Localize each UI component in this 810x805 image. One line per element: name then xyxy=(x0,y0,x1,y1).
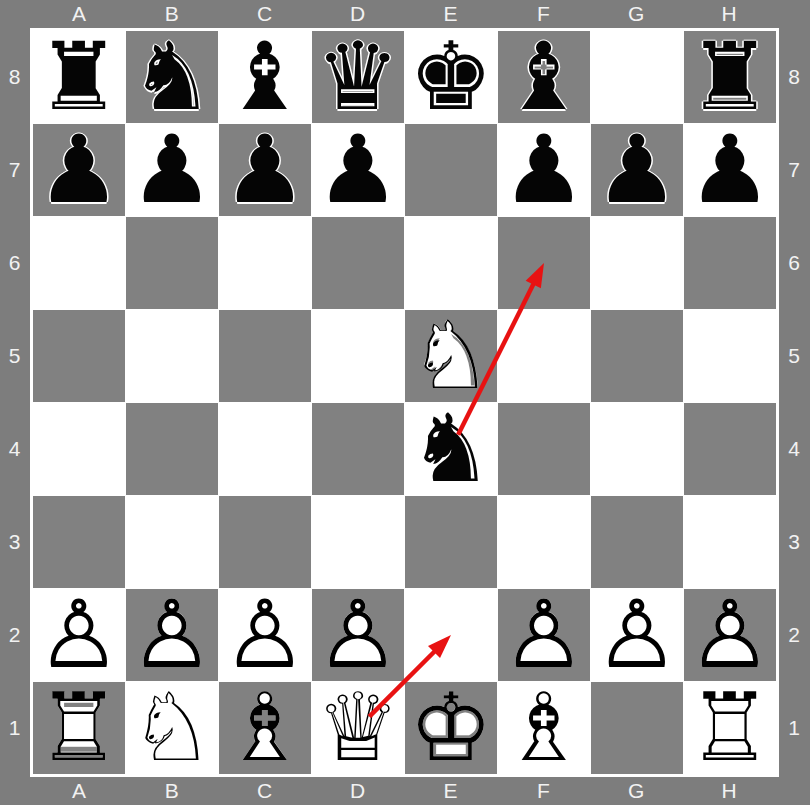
rank-label-7: 7 xyxy=(779,124,810,217)
file-label-a: A xyxy=(33,777,126,805)
square-a2[interactable]: ♟♙ xyxy=(33,589,125,681)
square-a3[interactable] xyxy=(33,496,125,588)
chessboard-diagram: ABCDEFGH 87654321 ♜♞♝♛♚♝♜♟♟♟♟♟♟♟♞♘♞♟♙♟♙♟… xyxy=(0,0,810,805)
square-h7[interactable]: ♟ xyxy=(684,124,776,216)
square-f3[interactable] xyxy=(498,496,590,588)
square-b6[interactable] xyxy=(126,217,218,309)
piece-white-knight: ♞♘ xyxy=(405,310,497,402)
square-g3[interactable] xyxy=(591,496,683,588)
rank-label-2: 2 xyxy=(779,588,810,681)
piece-white-pawn: ♟♙ xyxy=(684,589,776,681)
square-b8[interactable]: ♞ xyxy=(126,31,218,123)
square-a7[interactable]: ♟ xyxy=(33,124,125,216)
piece-white-pawn: ♟♙ xyxy=(591,589,683,681)
square-g4[interactable] xyxy=(591,403,683,495)
rank-label-3: 3 xyxy=(0,495,30,588)
square-g6[interactable] xyxy=(591,217,683,309)
file-label-h: H xyxy=(683,777,776,805)
piece-black-rook: ♜ xyxy=(33,31,125,123)
piece-black-pawn: ♟ xyxy=(591,124,683,216)
square-d2[interactable]: ♟♙ xyxy=(312,589,404,681)
rank-label-6: 6 xyxy=(779,217,810,310)
piece-white-queen: ♛♕ xyxy=(312,682,404,774)
piece-black-king: ♚ xyxy=(405,31,497,123)
square-f6[interactable] xyxy=(498,217,590,309)
piece-white-pawn: ♟♙ xyxy=(33,589,125,681)
rank-labels-right: 87654321 xyxy=(779,31,810,774)
piece-black-knight: ♞ xyxy=(405,403,497,495)
square-a8[interactable]: ♜ xyxy=(33,31,125,123)
rank-label-8: 8 xyxy=(0,31,30,124)
square-e5[interactable]: ♞♘ xyxy=(405,310,497,402)
square-h4[interactable] xyxy=(684,403,776,495)
square-e8[interactable]: ♚ xyxy=(405,31,497,123)
square-b4[interactable] xyxy=(126,403,218,495)
square-c4[interactable] xyxy=(219,403,311,495)
piece-white-bishop: ♝♗ xyxy=(498,682,590,774)
square-b1[interactable]: ♞♘ xyxy=(126,682,218,774)
file-label-c: C xyxy=(219,777,312,805)
piece-black-pawn: ♟ xyxy=(312,124,404,216)
piece-white-pawn: ♟♙ xyxy=(498,589,590,681)
square-f2[interactable]: ♟♙ xyxy=(498,589,590,681)
square-h6[interactable] xyxy=(684,217,776,309)
square-c3[interactable] xyxy=(219,496,311,588)
file-label-e: E xyxy=(405,777,498,805)
square-h8[interactable]: ♜ xyxy=(684,31,776,123)
square-e1[interactable]: ♚♔ xyxy=(405,682,497,774)
piece-white-pawn: ♟♙ xyxy=(219,589,311,681)
rank-label-7: 7 xyxy=(0,124,30,217)
rank-label-2: 2 xyxy=(0,588,30,681)
square-e6[interactable] xyxy=(405,217,497,309)
square-a4[interactable] xyxy=(33,403,125,495)
rank-label-8: 8 xyxy=(779,31,810,124)
square-b7[interactable]: ♟ xyxy=(126,124,218,216)
square-h2[interactable]: ♟♙ xyxy=(684,589,776,681)
square-c7[interactable]: ♟ xyxy=(219,124,311,216)
file-label-g: G xyxy=(590,777,683,805)
square-g5[interactable] xyxy=(591,310,683,402)
square-b5[interactable] xyxy=(126,310,218,402)
file-label-g: G xyxy=(590,0,683,28)
square-c6[interactable] xyxy=(219,217,311,309)
piece-black-rook: ♜ xyxy=(684,31,776,123)
square-g7[interactable]: ♟ xyxy=(591,124,683,216)
square-f4[interactable] xyxy=(498,403,590,495)
square-c2[interactable]: ♟♙ xyxy=(219,589,311,681)
square-d6[interactable] xyxy=(312,217,404,309)
rank-label-3: 3 xyxy=(779,495,810,588)
square-b3[interactable] xyxy=(126,496,218,588)
square-e2[interactable] xyxy=(405,589,497,681)
piece-black-queen: ♛ xyxy=(312,31,404,123)
piece-black-pawn: ♟ xyxy=(33,124,125,216)
square-d3[interactable] xyxy=(312,496,404,588)
piece-white-knight: ♞♘ xyxy=(126,682,218,774)
square-g1[interactable] xyxy=(591,682,683,774)
rank-label-4: 4 xyxy=(0,403,30,496)
piece-white-rook: ♜♖ xyxy=(684,682,776,774)
piece-black-pawn: ♟ xyxy=(684,124,776,216)
chess-board: ♜♞♝♛♚♝♜♟♟♟♟♟♟♟♞♘♞♟♙♟♙♟♙♟♙♟♙♟♙♟♙♜♖♞♘♝♗♛♕♚… xyxy=(33,31,776,774)
square-f5[interactable] xyxy=(498,310,590,402)
square-g2[interactable]: ♟♙ xyxy=(591,589,683,681)
file-label-b: B xyxy=(126,777,219,805)
piece-black-pawn: ♟ xyxy=(219,124,311,216)
square-c1[interactable]: ♝♗ xyxy=(219,682,311,774)
file-label-d: D xyxy=(312,777,405,805)
square-d5[interactable] xyxy=(312,310,404,402)
square-d1[interactable]: ♛♕ xyxy=(312,682,404,774)
piece-black-pawn: ♟ xyxy=(498,124,590,216)
piece-white-rook: ♜♖ xyxy=(33,682,125,774)
square-a5[interactable] xyxy=(33,310,125,402)
rank-label-5: 5 xyxy=(779,310,810,403)
piece-black-pawn: ♟ xyxy=(126,124,218,216)
square-f7[interactable]: ♟ xyxy=(498,124,590,216)
rank-labels-left: 87654321 xyxy=(0,31,30,774)
square-h5[interactable] xyxy=(684,310,776,402)
square-e3[interactable] xyxy=(405,496,497,588)
piece-white-bishop: ♝♗ xyxy=(219,682,311,774)
square-f8[interactable]: ♝ xyxy=(498,31,590,123)
square-d7[interactable]: ♟ xyxy=(312,124,404,216)
file-labels-bottom: ABCDEFGH xyxy=(33,777,776,805)
piece-white-pawn: ♟♙ xyxy=(126,589,218,681)
square-a6[interactable] xyxy=(33,217,125,309)
rank-label-4: 4 xyxy=(779,403,810,496)
square-a1[interactable]: ♜♖ xyxy=(33,682,125,774)
piece-black-bishop: ♝ xyxy=(219,31,311,123)
rank-label-1: 1 xyxy=(0,681,30,774)
file-label-f: F xyxy=(497,777,590,805)
rank-label-5: 5 xyxy=(0,310,30,403)
square-d8[interactable]: ♛ xyxy=(312,31,404,123)
piece-white-king: ♚♔ xyxy=(405,682,497,774)
rank-label-6: 6 xyxy=(0,217,30,310)
square-d4[interactable] xyxy=(312,403,404,495)
square-e4[interactable]: ♞ xyxy=(405,403,497,495)
piece-black-bishop: ♝ xyxy=(498,31,590,123)
square-c5[interactable] xyxy=(219,310,311,402)
square-g8[interactable] xyxy=(591,31,683,123)
square-e7[interactable] xyxy=(405,124,497,216)
square-c8[interactable]: ♝ xyxy=(219,31,311,123)
rank-label-1: 1 xyxy=(779,681,810,774)
piece-black-knight: ♞ xyxy=(126,31,218,123)
board-frame-inner: ♜♞♝♛♚♝♜♟♟♟♟♟♟♟♞♘♞♟♙♟♙♟♙♟♙♟♙♟♙♟♙♜♖♞♘♝♗♛♕♚… xyxy=(30,28,779,777)
square-f1[interactable]: ♝♗ xyxy=(498,682,590,774)
square-b2[interactable]: ♟♙ xyxy=(126,589,218,681)
square-h1[interactable]: ♜♖ xyxy=(684,682,776,774)
square-h3[interactable] xyxy=(684,496,776,588)
piece-white-pawn: ♟♙ xyxy=(312,589,404,681)
